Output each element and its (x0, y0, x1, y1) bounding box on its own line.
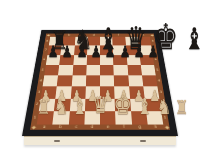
square-d1 (84, 111, 100, 124)
square-a8 (49, 37, 63, 46)
piece-white-rook-h1: ♜ (173, 94, 190, 118)
white-rook-icon: ♜ (175, 98, 188, 117)
square-c5 (72, 65, 86, 76)
rank-label: 3 (158, 87, 164, 99)
square-d3 (85, 87, 100, 99)
rank-label: 6 (153, 55, 159, 65)
file-label: f (116, 125, 132, 129)
square-c6 (73, 55, 87, 65)
square-g8 (125, 37, 138, 46)
square-h2 (144, 98, 161, 111)
file-label: d (88, 34, 100, 37)
square-c3 (70, 87, 85, 99)
square-h3 (143, 87, 159, 99)
square-c2 (69, 98, 85, 111)
square-b8 (62, 37, 75, 46)
square-d8 (87, 37, 100, 46)
square-g4 (128, 75, 143, 86)
file-label: f (112, 34, 125, 37)
square-e8 (100, 37, 113, 46)
square-g5 (127, 65, 142, 76)
file-label: d (84, 125, 100, 129)
square-a2 (39, 98, 56, 111)
square-c7 (74, 46, 88, 55)
file-label: e (100, 125, 116, 129)
square-g1 (131, 111, 148, 124)
file-label: g (125, 34, 138, 37)
board-side-edge (24, 136, 176, 145)
square-f7 (113, 46, 127, 55)
board-frame: abcdefgh abcdefgh 87654321 87654321 (22, 30, 178, 136)
square-b6 (59, 55, 73, 65)
square-a6 (46, 55, 61, 65)
square-e7 (100, 46, 113, 55)
file-labels-top: abcdefgh (50, 34, 150, 37)
board-grid (37, 37, 163, 125)
hinge-left-icon (54, 140, 60, 142)
square-b1 (53, 111, 70, 124)
rank-label: 4 (156, 75, 162, 86)
square-h5 (141, 65, 156, 76)
square-a3 (41, 87, 57, 99)
file-label: b (63, 34, 76, 37)
square-a1 (37, 111, 54, 124)
square-f3 (114, 87, 129, 99)
file-label: e (100, 34, 112, 37)
rank-label: 8 (150, 37, 155, 46)
square-d4 (86, 75, 100, 86)
square-f1 (115, 111, 131, 124)
file-label: h (137, 34, 150, 37)
chess-set-photo: abcdefgh abcdefgh 87654321 87654321 ♜♞♝♛… (0, 0, 200, 165)
square-g2 (130, 98, 146, 111)
file-labels-bottom: abcdefgh (36, 125, 164, 129)
square-b3 (56, 87, 72, 99)
square-c1 (68, 111, 84, 124)
square-a5 (44, 65, 59, 76)
corner-inlay-icon (31, 125, 35, 129)
square-g3 (129, 87, 145, 99)
corner-inlay-icon (165, 125, 169, 129)
hinge-right-icon (140, 140, 146, 142)
square-a7 (47, 46, 61, 55)
square-e1 (100, 111, 116, 124)
file-label: b (52, 125, 68, 129)
square-e2 (100, 98, 115, 111)
square-a4 (43, 75, 59, 86)
rank-label: 5 (155, 65, 161, 76)
board-border-strip: abcdefgh abcdefgh 87654321 87654321 (30, 34, 170, 130)
square-b2 (54, 98, 70, 111)
square-e3 (100, 87, 115, 99)
square-e4 (100, 75, 114, 86)
square-f2 (115, 98, 131, 111)
rank-label: 1 (162, 111, 169, 124)
square-h6 (139, 55, 154, 65)
rank-label: 7 (152, 46, 157, 55)
square-h1 (146, 111, 163, 124)
square-f6 (113, 55, 127, 65)
file-label: g (132, 125, 148, 129)
square-d2 (85, 98, 100, 111)
square-g6 (126, 55, 140, 65)
square-b4 (57, 75, 72, 86)
square-d5 (86, 65, 100, 76)
square-g7 (126, 46, 140, 55)
square-b5 (58, 65, 73, 76)
square-d7 (87, 46, 100, 55)
square-h8 (137, 37, 151, 46)
square-c8 (74, 37, 87, 46)
rank-label: 2 (160, 98, 167, 111)
file-label: h (147, 125, 163, 129)
square-c4 (71, 75, 86, 86)
square-b7 (61, 46, 75, 55)
black-bishop-icon: ♝ (184, 25, 200, 54)
file-label: c (68, 125, 84, 129)
square-e5 (100, 65, 114, 76)
square-f5 (114, 65, 128, 76)
file-label: c (75, 34, 88, 37)
file-label: a (50, 34, 63, 37)
file-label: a (36, 125, 52, 129)
square-h4 (142, 75, 158, 86)
square-h7 (138, 46, 152, 55)
chess-board: abcdefgh abcdefgh 87654321 87654321 (22, 30, 178, 136)
square-f8 (112, 37, 125, 46)
square-e6 (100, 55, 114, 65)
square-d6 (86, 55, 100, 65)
piece-black-bishop-f8: ♝ (181, 22, 200, 54)
square-f4 (114, 75, 129, 86)
